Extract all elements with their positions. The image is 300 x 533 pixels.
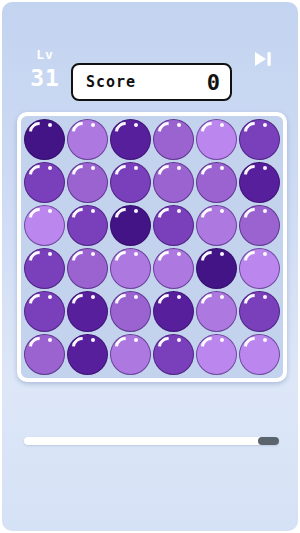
bubble-r6c6[interactable] xyxy=(239,334,280,375)
bubble-r1c6[interactable] xyxy=(239,119,280,160)
bubble-r2c1[interactable] xyxy=(24,162,65,203)
bubble-r2c5[interactable] xyxy=(196,162,237,203)
level-label: Lv xyxy=(30,48,60,62)
bubble-r2c6[interactable] xyxy=(239,162,280,203)
bubble-r4c6[interactable] xyxy=(239,248,280,289)
bubble-r1c4[interactable] xyxy=(153,119,194,160)
bubble-r6c3[interactable] xyxy=(110,334,151,375)
bubble-r2c2[interactable] xyxy=(67,162,108,203)
bubble-r5c3[interactable] xyxy=(110,291,151,332)
bubble-r1c5[interactable] xyxy=(196,119,237,160)
bubble-r4c5[interactable] xyxy=(196,248,237,289)
bubble-r1c2[interactable] xyxy=(67,119,108,160)
bubble-r1c1[interactable] xyxy=(24,119,65,160)
bubble-r5c2[interactable] xyxy=(67,291,108,332)
bubble-r3c1[interactable] xyxy=(24,205,65,246)
bubble-r6c1[interactable] xyxy=(24,334,65,375)
bubble-r4c4[interactable] xyxy=(153,248,194,289)
bubble-r5c5[interactable] xyxy=(196,291,237,332)
bubble-r1c3[interactable] xyxy=(110,119,151,160)
level-value: 31 xyxy=(30,65,60,91)
bubble-r2c4[interactable] xyxy=(153,162,194,203)
level-indicator: Lv 31 xyxy=(30,48,60,91)
bubble-r3c5[interactable] xyxy=(196,205,237,246)
bubble-r2c3[interactable] xyxy=(110,162,151,203)
bubble-r3c4[interactable] xyxy=(153,205,194,246)
bubble-r5c4[interactable] xyxy=(153,291,194,332)
skip-button[interactable] xyxy=(254,51,274,67)
bubble-r3c3[interactable] xyxy=(110,205,151,246)
bubble-r5c6[interactable] xyxy=(239,291,280,332)
bubble-grid xyxy=(24,119,280,375)
bubble-r3c2[interactable] xyxy=(67,205,108,246)
bubble-r6c5[interactable] xyxy=(196,334,237,375)
bubble-r4c3[interactable] xyxy=(110,248,151,289)
timer-bar[interactable] xyxy=(24,437,279,445)
app-background: Lv 31 Score 0 xyxy=(2,2,298,531)
score-label: Score xyxy=(86,73,136,91)
bubble-r5c1[interactable] xyxy=(24,291,65,332)
bubble-r6c4[interactable] xyxy=(153,334,194,375)
bubble-r6c2[interactable] xyxy=(67,334,108,375)
bubble-r4c2[interactable] xyxy=(67,248,108,289)
timer-handle xyxy=(258,437,279,445)
bubble-r4c1[interactable] xyxy=(24,248,65,289)
play-skip-icon xyxy=(254,51,274,67)
game-board xyxy=(17,112,287,382)
score-box: Score 0 xyxy=(71,63,232,101)
score-value: 0 xyxy=(207,70,220,95)
bubble-r3c6[interactable] xyxy=(239,205,280,246)
